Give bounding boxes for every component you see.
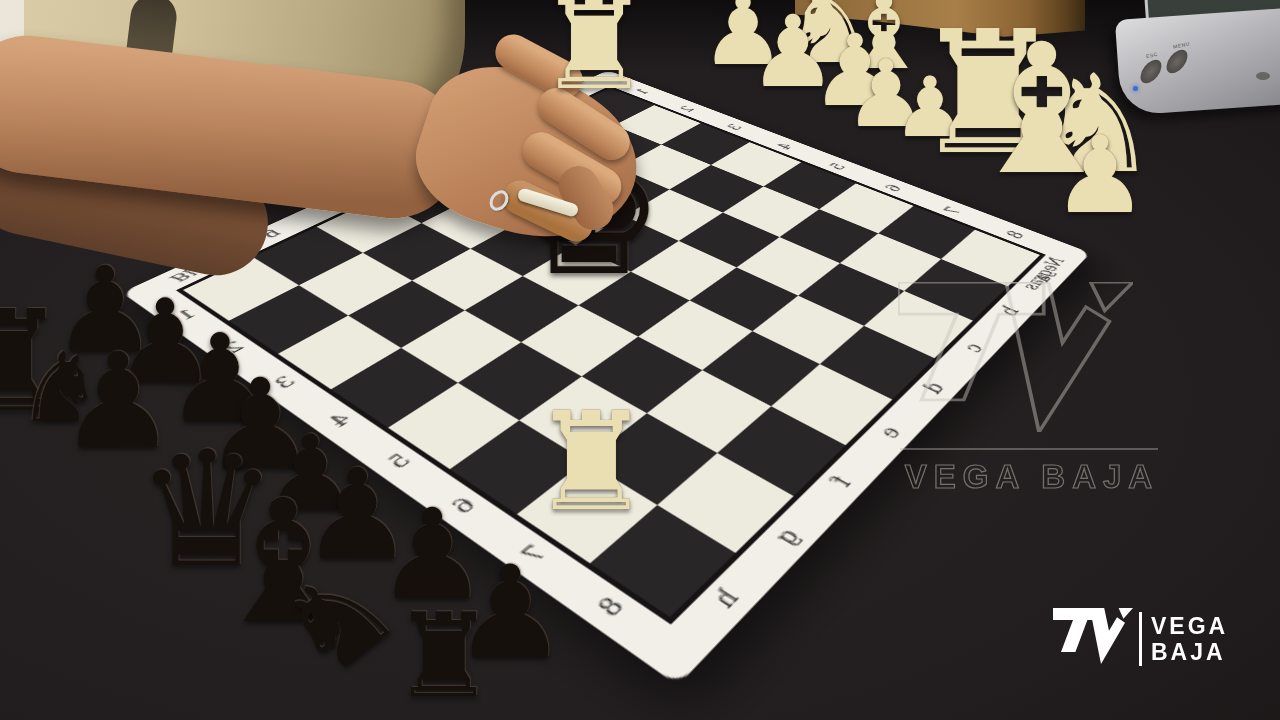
- watermark-divider: [900, 448, 1158, 450]
- logo-divider-bar: [1139, 612, 1142, 666]
- piece-white-rook-white-rook-h7[interactable]: ♜: [530, 394, 652, 530]
- piece-white-pawn-white-pawn-tray-6[interactable]: ♟: [1052, 122, 1148, 229]
- file-label-bottom-c: c: [958, 339, 987, 355]
- rank-label-left-6: 6: [881, 182, 905, 194]
- watermark-text: VEGA BAJA: [898, 458, 1166, 496]
- rank-label-left-3: 3: [723, 122, 745, 132]
- file-label-bottom-g: g: [768, 523, 805, 549]
- file-label-bottom-h: h: [706, 584, 745, 613]
- rank-label-left-2: 2: [676, 104, 698, 113]
- tv-broadcast-frame: ESC MENU 11aa22bb33cc44dd55ee66ff77gg88h…: [0, 0, 1280, 720]
- file-label-bottom-d: d: [918, 378, 950, 397]
- file-label-bottom-f: f: [825, 472, 856, 491]
- clock-brand-mark: [1256, 72, 1270, 80]
- logo-name-line2: BAJA: [1151, 641, 1226, 664]
- rank-label-left-8: 8: [1002, 228, 1028, 241]
- rank-label-left-4: 4: [773, 141, 796, 151]
- file-label-bottom-b: b: [995, 303, 1024, 319]
- logo-tv-monogram-icon: [1053, 608, 1133, 664]
- rank-label-left-5: 5: [825, 161, 849, 172]
- piece-white-rook-white-rook-a1-corner[interactable]: ♜: [537, 0, 652, 108]
- file-label-bottom-e: e: [873, 422, 906, 442]
- rank-label-right-8: 8: [591, 592, 630, 622]
- station-logo: VEGA BAJA: [1053, 608, 1243, 672]
- logo-name-line1: VEGA: [1151, 615, 1228, 638]
- piece-black-rook-black-rook-tray-2[interactable]: ♜: [392, 598, 496, 714]
